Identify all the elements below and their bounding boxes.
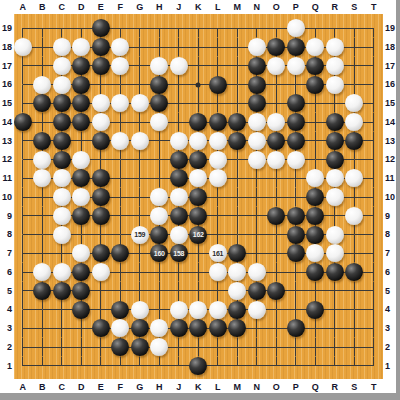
- intersection-N6[interactable]: [247, 263, 267, 282]
- intersection-C16[interactable]: [52, 75, 72, 94]
- intersection-O8[interactable]: [267, 225, 287, 244]
- intersection-F9[interactable]: [111, 207, 131, 226]
- intersection-A17[interactable]: [13, 57, 33, 76]
- intersection-K17[interactable]: [189, 57, 209, 76]
- intersection-D18[interactable]: [72, 38, 92, 57]
- intersection-S12[interactable]: [345, 150, 365, 169]
- intersection-N18[interactable]: [247, 38, 267, 57]
- intersection-C4[interactable]: [52, 300, 72, 319]
- intersection-N11[interactable]: [247, 169, 267, 188]
- intersection-P7[interactable]: [286, 244, 306, 263]
- intersection-F7[interactable]: [111, 244, 131, 263]
- intersection-D8[interactable]: [72, 225, 92, 244]
- intersection-J1[interactable]: [169, 357, 189, 376]
- intersection-C8[interactable]: [52, 225, 72, 244]
- intersection-H10[interactable]: [150, 188, 170, 207]
- intersection-R3[interactable]: [325, 319, 345, 338]
- intersection-E3[interactable]: [91, 319, 111, 338]
- intersection-P9[interactable]: [286, 207, 306, 226]
- intersection-F14[interactable]: [111, 113, 131, 132]
- intersection-H2[interactable]: [150, 338, 170, 357]
- intersection-R11[interactable]: [325, 169, 345, 188]
- intersection-N7[interactable]: [247, 244, 267, 263]
- intersection-J4[interactable]: [169, 300, 189, 319]
- intersection-G13[interactable]: [130, 132, 150, 151]
- intersection-B15[interactable]: [33, 94, 53, 113]
- intersection-A15[interactable]: [13, 94, 33, 113]
- intersection-M6[interactable]: [228, 263, 248, 282]
- intersection-T2[interactable]: [364, 338, 384, 357]
- intersection-F6[interactable]: [111, 263, 131, 282]
- intersection-C11[interactable]: [52, 169, 72, 188]
- intersection-C13[interactable]: [52, 132, 72, 151]
- intersection-R5[interactable]: [325, 282, 345, 301]
- intersection-T11[interactable]: [364, 169, 384, 188]
- intersection-C12[interactable]: [52, 150, 72, 169]
- intersection-N2[interactable]: [247, 338, 267, 357]
- intersection-L12[interactable]: [208, 150, 228, 169]
- intersection-O13[interactable]: [267, 132, 287, 151]
- intersection-K9[interactable]: [189, 207, 209, 226]
- intersection-N13[interactable]: [247, 132, 267, 151]
- intersection-D1[interactable]: [72, 357, 92, 376]
- intersection-L18[interactable]: [208, 38, 228, 57]
- intersection-C15[interactable]: [52, 94, 72, 113]
- intersection-J18[interactable]: [169, 38, 189, 57]
- intersection-M7[interactable]: [228, 244, 248, 263]
- intersection-H16[interactable]: [150, 75, 170, 94]
- intersection-K7[interactable]: [189, 244, 209, 263]
- intersection-H18[interactable]: [150, 38, 170, 57]
- intersection-F17[interactable]: [111, 57, 131, 76]
- intersection-H15[interactable]: [150, 94, 170, 113]
- intersection-T16[interactable]: [364, 75, 384, 94]
- intersection-Q7[interactable]: [306, 244, 326, 263]
- intersection-G18[interactable]: [130, 38, 150, 57]
- intersection-O14[interactable]: [267, 113, 287, 132]
- intersection-D19[interactable]: [72, 19, 92, 38]
- intersection-B5[interactable]: [33, 282, 53, 301]
- intersection-O17[interactable]: [267, 57, 287, 76]
- intersection-H1[interactable]: [150, 357, 170, 376]
- intersection-R14[interactable]: [325, 113, 345, 132]
- intersection-L14[interactable]: [208, 113, 228, 132]
- intersection-Q1[interactable]: [306, 357, 326, 376]
- intersection-Q17[interactable]: [306, 57, 326, 76]
- intersection-L19[interactable]: [208, 19, 228, 38]
- intersection-S18[interactable]: [345, 38, 365, 57]
- intersection-S1[interactable]: [345, 357, 365, 376]
- intersection-M18[interactable]: [228, 38, 248, 57]
- intersection-J2[interactable]: [169, 338, 189, 357]
- intersection-O9[interactable]: [267, 207, 287, 226]
- intersection-Q3[interactable]: [306, 319, 326, 338]
- intersection-T19[interactable]: [364, 19, 384, 38]
- intersection-S10[interactable]: [345, 188, 365, 207]
- intersection-F19[interactable]: [111, 19, 131, 38]
- intersection-M19[interactable]: [228, 19, 248, 38]
- intersection-O1[interactable]: [267, 357, 287, 376]
- intersection-H17[interactable]: [150, 57, 170, 76]
- intersection-K4[interactable]: [189, 300, 209, 319]
- intersection-L10[interactable]: [208, 188, 228, 207]
- intersection-R12[interactable]: [325, 150, 345, 169]
- intersection-Q15[interactable]: [306, 94, 326, 113]
- intersection-O3[interactable]: [267, 319, 287, 338]
- intersection-T13[interactable]: [364, 132, 384, 151]
- intersection-E8[interactable]: [91, 225, 111, 244]
- intersection-R15[interactable]: [325, 94, 345, 113]
- intersection-B6[interactable]: [33, 263, 53, 282]
- intersection-N12[interactable]: [247, 150, 267, 169]
- intersection-Q9[interactable]: [306, 207, 326, 226]
- intersection-J9[interactable]: [169, 207, 189, 226]
- intersection-T10[interactable]: [364, 188, 384, 207]
- intersection-A13[interactable]: [13, 132, 33, 151]
- intersection-P14[interactable]: [286, 113, 306, 132]
- intersection-B10[interactable]: [33, 188, 53, 207]
- intersection-B11[interactable]: [33, 169, 53, 188]
- intersection-M8[interactable]: [228, 225, 248, 244]
- intersection-K10[interactable]: [189, 188, 209, 207]
- intersection-F16[interactable]: [111, 75, 131, 94]
- intersection-L6[interactable]: [208, 263, 228, 282]
- intersection-L3[interactable]: [208, 319, 228, 338]
- intersection-Q8[interactable]: [306, 225, 326, 244]
- intersection-C19[interactable]: [52, 19, 72, 38]
- intersection-M15[interactable]: [228, 94, 248, 113]
- intersection-T1[interactable]: [364, 357, 384, 376]
- go-board[interactable]: 159162160158161: [13, 19, 384, 375]
- intersection-M13[interactable]: [228, 132, 248, 151]
- intersection-C3[interactable]: [52, 319, 72, 338]
- intersection-L13[interactable]: [208, 132, 228, 151]
- intersection-B18[interactable]: [33, 38, 53, 57]
- intersection-O12[interactable]: [267, 150, 287, 169]
- intersection-S17[interactable]: [345, 57, 365, 76]
- intersection-R13[interactable]: [325, 132, 345, 151]
- intersection-A1[interactable]: [13, 357, 33, 376]
- intersection-H19[interactable]: [150, 19, 170, 38]
- intersection-M2[interactable]: [228, 338, 248, 357]
- intersection-P6[interactable]: [286, 263, 306, 282]
- intersection-N16[interactable]: [247, 75, 267, 94]
- intersection-D10[interactable]: [72, 188, 92, 207]
- intersection-E18[interactable]: [91, 38, 111, 57]
- intersection-H4[interactable]: [150, 300, 170, 319]
- intersection-Q2[interactable]: [306, 338, 326, 357]
- intersection-K12[interactable]: [189, 150, 209, 169]
- intersection-C2[interactable]: [52, 338, 72, 357]
- intersection-F13[interactable]: [111, 132, 131, 151]
- intersection-D6[interactable]: [72, 263, 92, 282]
- intersection-E15[interactable]: [91, 94, 111, 113]
- intersection-N5[interactable]: [247, 282, 267, 301]
- intersection-R16[interactable]: [325, 75, 345, 94]
- intersection-T6[interactable]: [364, 263, 384, 282]
- intersection-E1[interactable]: [91, 357, 111, 376]
- intersection-H12[interactable]: [150, 150, 170, 169]
- intersection-F12[interactable]: [111, 150, 131, 169]
- intersection-J12[interactable]: [169, 150, 189, 169]
- intersection-F15[interactable]: [111, 94, 131, 113]
- intersection-G6[interactable]: [130, 263, 150, 282]
- intersection-K13[interactable]: [189, 132, 209, 151]
- intersection-O7[interactable]: [267, 244, 287, 263]
- intersection-A4[interactable]: [13, 300, 33, 319]
- intersection-P4[interactable]: [286, 300, 306, 319]
- intersection-T7[interactable]: [364, 244, 384, 263]
- intersection-D13[interactable]: [72, 132, 92, 151]
- intersection-L1[interactable]: [208, 357, 228, 376]
- intersection-K19[interactable]: [189, 19, 209, 38]
- intersection-N3[interactable]: [247, 319, 267, 338]
- intersection-O15[interactable]: [267, 94, 287, 113]
- intersection-S5[interactable]: [345, 282, 365, 301]
- intersection-O10[interactable]: [267, 188, 287, 207]
- intersection-C17[interactable]: [52, 57, 72, 76]
- intersection-T15[interactable]: [364, 94, 384, 113]
- intersection-C5[interactable]: [52, 282, 72, 301]
- intersection-T4[interactable]: [364, 300, 384, 319]
- intersection-C14[interactable]: [52, 113, 72, 132]
- intersection-O19[interactable]: [267, 19, 287, 38]
- intersection-P10[interactable]: [286, 188, 306, 207]
- intersection-F11[interactable]: [111, 169, 131, 188]
- intersection-H8[interactable]: [150, 225, 170, 244]
- intersection-L7[interactable]: 161: [208, 244, 228, 263]
- intersection-G2[interactable]: [130, 338, 150, 357]
- intersection-J3[interactable]: [169, 319, 189, 338]
- intersection-K3[interactable]: [189, 319, 209, 338]
- intersection-Q5[interactable]: [306, 282, 326, 301]
- intersection-S2[interactable]: [345, 338, 365, 357]
- intersection-N15[interactable]: [247, 94, 267, 113]
- intersection-E5[interactable]: [91, 282, 111, 301]
- intersection-D2[interactable]: [72, 338, 92, 357]
- intersection-K1[interactable]: [189, 357, 209, 376]
- intersection-B17[interactable]: [33, 57, 53, 76]
- intersection-Q6[interactable]: [306, 263, 326, 282]
- intersection-D12[interactable]: [72, 150, 92, 169]
- intersection-Q4[interactable]: [306, 300, 326, 319]
- intersection-M11[interactable]: [228, 169, 248, 188]
- intersection-S6[interactable]: [345, 263, 365, 282]
- intersection-T3[interactable]: [364, 319, 384, 338]
- intersection-G1[interactable]: [130, 357, 150, 376]
- intersection-H6[interactable]: [150, 263, 170, 282]
- intersection-M5[interactable]: [228, 282, 248, 301]
- intersection-T17[interactable]: [364, 57, 384, 76]
- intersection-J11[interactable]: [169, 169, 189, 188]
- intersection-S19[interactable]: [345, 19, 365, 38]
- intersection-N1[interactable]: [247, 357, 267, 376]
- intersection-P8[interactable]: [286, 225, 306, 244]
- intersection-O11[interactable]: [267, 169, 287, 188]
- intersection-A5[interactable]: [13, 282, 33, 301]
- intersection-G12[interactable]: [130, 150, 150, 169]
- intersection-A9[interactable]: [13, 207, 33, 226]
- intersection-R1[interactable]: [325, 357, 345, 376]
- intersection-E7[interactable]: [91, 244, 111, 263]
- intersection-T8[interactable]: [364, 225, 384, 244]
- intersection-J5[interactable]: [169, 282, 189, 301]
- intersection-E9[interactable]: [91, 207, 111, 226]
- intersection-E6[interactable]: [91, 263, 111, 282]
- intersection-T5[interactable]: [364, 282, 384, 301]
- intersection-J8[interactable]: [169, 225, 189, 244]
- intersection-G14[interactable]: [130, 113, 150, 132]
- intersection-B19[interactable]: [33, 19, 53, 38]
- intersection-R7[interactable]: [325, 244, 345, 263]
- intersection-K2[interactable]: [189, 338, 209, 357]
- intersection-P16[interactable]: [286, 75, 306, 94]
- intersection-L8[interactable]: [208, 225, 228, 244]
- intersection-N9[interactable]: [247, 207, 267, 226]
- intersection-G3[interactable]: [130, 319, 150, 338]
- intersection-S7[interactable]: [345, 244, 365, 263]
- intersection-K15[interactable]: [189, 94, 209, 113]
- intersection-D7[interactable]: [72, 244, 92, 263]
- intersection-K5[interactable]: [189, 282, 209, 301]
- intersection-E17[interactable]: [91, 57, 111, 76]
- intersection-E2[interactable]: [91, 338, 111, 357]
- intersection-D15[interactable]: [72, 94, 92, 113]
- intersection-Q12[interactable]: [306, 150, 326, 169]
- intersection-L16[interactable]: [208, 75, 228, 94]
- intersection-B12[interactable]: [33, 150, 53, 169]
- intersection-G8[interactable]: 159: [130, 225, 150, 244]
- intersection-D16[interactable]: [72, 75, 92, 94]
- intersection-M10[interactable]: [228, 188, 248, 207]
- intersection-Q16[interactable]: [306, 75, 326, 94]
- intersection-S13[interactable]: [345, 132, 365, 151]
- intersection-G11[interactable]: [130, 169, 150, 188]
- intersection-S9[interactable]: [345, 207, 365, 226]
- intersection-F5[interactable]: [111, 282, 131, 301]
- intersection-A6[interactable]: [13, 263, 33, 282]
- intersection-L11[interactable]: [208, 169, 228, 188]
- intersection-O5[interactable]: [267, 282, 287, 301]
- intersection-M16[interactable]: [228, 75, 248, 94]
- intersection-A10[interactable]: [13, 188, 33, 207]
- intersection-O6[interactable]: [267, 263, 287, 282]
- intersection-N17[interactable]: [247, 57, 267, 76]
- intersection-P13[interactable]: [286, 132, 306, 151]
- intersection-B3[interactable]: [33, 319, 53, 338]
- intersection-R10[interactable]: [325, 188, 345, 207]
- intersection-R19[interactable]: [325, 19, 345, 38]
- intersection-Q19[interactable]: [306, 19, 326, 38]
- intersection-L9[interactable]: [208, 207, 228, 226]
- intersection-D11[interactable]: [72, 169, 92, 188]
- intersection-G16[interactable]: [130, 75, 150, 94]
- intersection-F8[interactable]: [111, 225, 131, 244]
- intersection-G15[interactable]: [130, 94, 150, 113]
- intersection-C18[interactable]: [52, 38, 72, 57]
- intersection-O16[interactable]: [267, 75, 287, 94]
- intersection-G19[interactable]: [130, 19, 150, 38]
- intersection-A16[interactable]: [13, 75, 33, 94]
- intersection-C10[interactable]: [52, 188, 72, 207]
- intersection-G17[interactable]: [130, 57, 150, 76]
- intersection-E4[interactable]: [91, 300, 111, 319]
- intersection-J10[interactable]: [169, 188, 189, 207]
- intersection-H3[interactable]: [150, 319, 170, 338]
- intersection-R2[interactable]: [325, 338, 345, 357]
- intersection-G7[interactable]: [130, 244, 150, 263]
- intersection-S4[interactable]: [345, 300, 365, 319]
- intersection-A18[interactable]: [13, 38, 33, 57]
- intersection-Q18[interactable]: [306, 38, 326, 57]
- intersection-S14[interactable]: [345, 113, 365, 132]
- intersection-K8[interactable]: 162: [189, 225, 209, 244]
- intersection-B14[interactable]: [33, 113, 53, 132]
- intersection-P18[interactable]: [286, 38, 306, 57]
- intersection-K6[interactable]: [189, 263, 209, 282]
- intersection-K16[interactable]: [189, 75, 209, 94]
- intersection-Q13[interactable]: [306, 132, 326, 151]
- intersection-E12[interactable]: [91, 150, 111, 169]
- intersection-D17[interactable]: [72, 57, 92, 76]
- intersection-C9[interactable]: [52, 207, 72, 226]
- intersection-M3[interactable]: [228, 319, 248, 338]
- intersection-P3[interactable]: [286, 319, 306, 338]
- intersection-N10[interactable]: [247, 188, 267, 207]
- intersection-L4[interactable]: [208, 300, 228, 319]
- intersection-S15[interactable]: [345, 94, 365, 113]
- intersection-F4[interactable]: [111, 300, 131, 319]
- intersection-T9[interactable]: [364, 207, 384, 226]
- intersection-C6[interactable]: [52, 263, 72, 282]
- intersection-H9[interactable]: [150, 207, 170, 226]
- intersection-O18[interactable]: [267, 38, 287, 57]
- intersection-J19[interactable]: [169, 19, 189, 38]
- intersection-J16[interactable]: [169, 75, 189, 94]
- intersection-J15[interactable]: [169, 94, 189, 113]
- intersection-F3[interactable]: [111, 319, 131, 338]
- intersection-B2[interactable]: [33, 338, 53, 357]
- intersection-A8[interactable]: [13, 225, 33, 244]
- intersection-N19[interactable]: [247, 19, 267, 38]
- intersection-R8[interactable]: [325, 225, 345, 244]
- intersection-F10[interactable]: [111, 188, 131, 207]
- intersection-E13[interactable]: [91, 132, 111, 151]
- intersection-S3[interactable]: [345, 319, 365, 338]
- intersection-Q10[interactable]: [306, 188, 326, 207]
- intersection-T12[interactable]: [364, 150, 384, 169]
- intersection-A12[interactable]: [13, 150, 33, 169]
- intersection-P2[interactable]: [286, 338, 306, 357]
- intersection-S16[interactable]: [345, 75, 365, 94]
- intersection-G4[interactable]: [130, 300, 150, 319]
- intersection-M4[interactable]: [228, 300, 248, 319]
- intersection-A19[interactable]: [13, 19, 33, 38]
- intersection-E14[interactable]: [91, 113, 111, 132]
- intersection-B1[interactable]: [33, 357, 53, 376]
- intersection-J13[interactable]: [169, 132, 189, 151]
- intersection-P5[interactable]: [286, 282, 306, 301]
- intersection-P19[interactable]: [286, 19, 306, 38]
- intersection-B4[interactable]: [33, 300, 53, 319]
- intersection-N4[interactable]: [247, 300, 267, 319]
- intersection-N14[interactable]: [247, 113, 267, 132]
- intersection-T18[interactable]: [364, 38, 384, 57]
- intersection-E11[interactable]: [91, 169, 111, 188]
- intersection-O4[interactable]: [267, 300, 287, 319]
- intersection-R6[interactable]: [325, 263, 345, 282]
- intersection-B13[interactable]: [33, 132, 53, 151]
